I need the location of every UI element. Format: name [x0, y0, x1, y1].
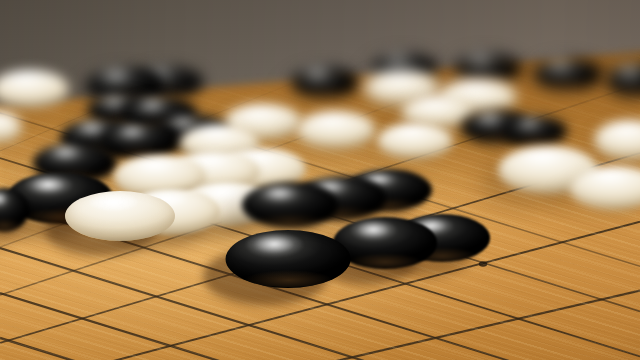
go-stone-black[interactable]	[102, 123, 180, 159]
go-stone-black[interactable]	[606, 63, 640, 97]
go-stone-white[interactable]	[0, 70, 69, 108]
go-stone-black[interactable]	[291, 66, 359, 98]
go-stone-black[interactable]	[226, 230, 351, 288]
go-stone-black[interactable]	[454, 53, 522, 83]
go-stone-white[interactable]	[594, 120, 640, 160]
go-stone-black[interactable]	[533, 58, 603, 90]
go-stone-white[interactable]	[65, 191, 175, 241]
go-board-scene	[0, 0, 640, 360]
stones-layer	[0, 0, 640, 360]
go-stone-black[interactable]	[505, 116, 567, 146]
go-stone-white[interactable]	[0, 111, 22, 143]
go-stone-black[interactable]	[242, 182, 338, 228]
go-stone-white[interactable]	[296, 111, 376, 149]
go-stone-white[interactable]	[569, 166, 640, 210]
go-stone-white[interactable]	[377, 123, 453, 159]
